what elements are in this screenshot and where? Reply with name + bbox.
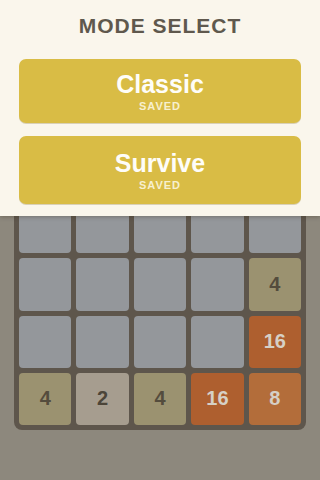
classic-mode-label: Classic <box>116 70 204 99</box>
empty-cell-r1c1 <box>76 258 128 310</box>
tile-16-r2c4: 16 <box>249 316 301 368</box>
survive-mode-button[interactable]: Survive SAVED <box>19 136 301 204</box>
app-screen: 416424168 MODE SELECT Classic SAVED Surv… <box>0 0 320 480</box>
tile-16-r3c3: 16 <box>191 373 243 425</box>
mode-select-overlay: MODE SELECT Classic SAVED Survive SAVED <box>0 0 320 216</box>
empty-cell-r2c1 <box>76 316 128 368</box>
tile-4-r3c2: 4 <box>134 373 186 425</box>
classic-mode-button[interactable]: Classic SAVED <box>19 59 301 123</box>
tile-2-r3c1: 2 <box>76 373 128 425</box>
empty-cell-r1c3 <box>191 258 243 310</box>
tile-4-r3c0: 4 <box>19 373 71 425</box>
empty-cell-r2c2 <box>134 316 186 368</box>
classic-saved-badge: SAVED <box>139 100 181 112</box>
empty-cell-r1c2 <box>134 258 186 310</box>
empty-cell-r2c0 <box>19 316 71 368</box>
game-board: 416424168 <box>14 196 306 430</box>
mode-select-title: MODE SELECT <box>0 14 320 38</box>
tile-4-r1c4: 4 <box>249 258 301 310</box>
tile-8-r3c4: 8 <box>249 373 301 425</box>
empty-cell-r1c0 <box>19 258 71 310</box>
survive-mode-label: Survive <box>115 149 205 178</box>
empty-cell-r2c3 <box>191 316 243 368</box>
survive-saved-badge: SAVED <box>139 179 181 191</box>
